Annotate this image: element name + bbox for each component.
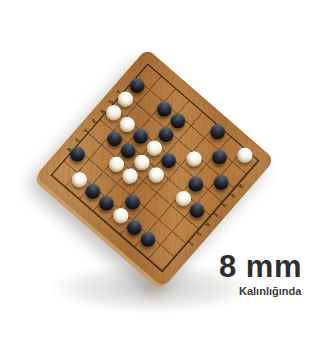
thickness-word-label: Kalınlığında xyxy=(239,285,301,297)
product-photo: REVERSI REVERSI 8 mm Kalınlığında xyxy=(0,0,315,355)
thickness-size-label: 8 mm xyxy=(219,249,302,285)
board-grid xyxy=(51,64,260,273)
